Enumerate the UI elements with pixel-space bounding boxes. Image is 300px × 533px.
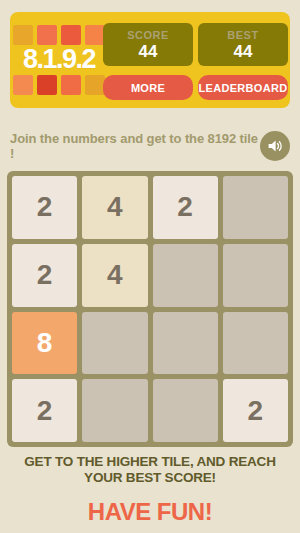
tile-4: 4	[82, 176, 147, 239]
best-value: 44	[198, 42, 288, 62]
more-button[interactable]: MORE	[103, 75, 193, 100]
empty-cell	[223, 244, 288, 307]
app-logo: 8.1.9.2	[13, 25, 105, 95]
footer: GET TO THE HIGHER TILE, AND REACH YOUR B…	[0, 454, 300, 526]
best-box: BEST 44	[198, 23, 288, 66]
tile-2: 2	[153, 176, 218, 239]
empty-cell	[223, 312, 288, 375]
logo-tile	[61, 75, 81, 95]
leaderboard-button[interactable]: LEADERBOARD	[198, 75, 288, 100]
score-value: 44	[103, 42, 193, 62]
score-label: SCORE	[103, 29, 193, 41]
tile-4: 4	[82, 244, 147, 307]
logo-tile	[13, 75, 33, 95]
logo-text: 8.1.9.2	[13, 44, 105, 75]
speaker-glyph	[266, 137, 284, 155]
tile-2: 2	[223, 379, 288, 442]
logo-tile	[37, 75, 57, 95]
tile-2: 2	[12, 379, 77, 442]
footer-line2: YOUR BEST SCORE!	[84, 470, 216, 485]
game-board[interactable]: 24224822	[7, 171, 293, 447]
tile-2: 2	[12, 176, 77, 239]
logo-tile	[37, 25, 57, 45]
subtitle-row: Join the numbers and get to the 8192 til…	[10, 128, 290, 164]
sound-on-icon[interactable]	[260, 131, 290, 161]
logo-tile	[85, 75, 105, 95]
tile-8: 8	[12, 312, 77, 375]
footer-line1: GET TO THE HIGHER TILE, AND REACH	[24, 454, 275, 469]
empty-cell	[153, 244, 218, 307]
footer-instructions: GET TO THE HIGHER TILE, AND REACH YOUR B…	[0, 454, 300, 486]
empty-cell	[82, 379, 147, 442]
logo-tiles-bottom-row	[13, 75, 105, 95]
best-label: BEST	[198, 29, 288, 41]
footer-have-fun: HAVE FUN!	[0, 498, 300, 526]
score-box: SCORE 44	[103, 23, 193, 66]
logo-tile	[85, 25, 105, 45]
empty-cell	[223, 176, 288, 239]
header-panel: 8.1.9.2 SCORE 44 BEST 44 MORE LEADERBOAR…	[10, 12, 290, 108]
subtitle-text: Join the numbers and get to the 8192 til…	[10, 131, 260, 161]
empty-cell	[153, 312, 218, 375]
logo-tile	[13, 25, 33, 45]
logo-tiles-top-row	[13, 25, 105, 45]
empty-cell	[82, 312, 147, 375]
empty-cell	[153, 379, 218, 442]
tile-2: 2	[12, 244, 77, 307]
logo-tile	[61, 25, 81, 45]
